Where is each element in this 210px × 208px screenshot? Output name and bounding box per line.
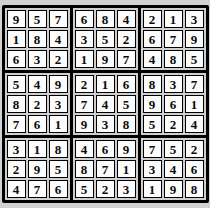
- sudoku-cell-r4c3: 9: [49, 75, 68, 93]
- sudoku-cell-r1c2: 5: [28, 10, 47, 28]
- sudoku-cell-r4c4: 2: [75, 75, 94, 93]
- sudoku-cell-r3c9: 5: [185, 50, 204, 68]
- sudoku-cell-r5c4: 7: [75, 95, 94, 113]
- sudoku-cell-r9c5: 2: [96, 180, 115, 198]
- sudoku-cell-r3c4: 1: [75, 50, 94, 68]
- sudoku-box-1-2: 684352197: [73, 8, 138, 70]
- sudoku-cell-r3c1: 6: [7, 50, 26, 68]
- sudoku-cell-r5c8: 6: [164, 95, 183, 113]
- sudoku-box-1-3: 213679485: [141, 8, 206, 70]
- sudoku-cell-r4c2: 4: [28, 75, 47, 93]
- sudoku-cell-r9c3: 6: [49, 180, 68, 198]
- sudoku-cell-r2c6: 2: [117, 30, 136, 48]
- sudoku-box-3-2: 469871523: [73, 138, 138, 200]
- sudoku-cell-r6c3: 1: [49, 115, 68, 133]
- sudoku-cell-r7c5: 6: [96, 140, 115, 158]
- sudoku-cell-r6c1: 7: [7, 115, 26, 133]
- sudoku-box-2-3: 837961524: [141, 73, 206, 135]
- sudoku-cell-r3c2: 3: [28, 50, 47, 68]
- sudoku-cell-r9c9: 8: [185, 180, 204, 198]
- sudoku-cell-r6c9: 4: [185, 115, 204, 133]
- sudoku-cell-r7c4: 4: [75, 140, 94, 158]
- sudoku-box-2-2: 216745938: [73, 73, 138, 135]
- sudoku-cell-r6c7: 5: [143, 115, 162, 133]
- sudoku-cell-r7c9: 2: [185, 140, 204, 158]
- sudoku-cell-r5c9: 1: [185, 95, 204, 113]
- sudoku-cell-r2c5: 5: [96, 30, 115, 48]
- sudoku-cell-r6c6: 8: [117, 115, 136, 133]
- sudoku-cell-r2c9: 9: [185, 30, 204, 48]
- sudoku-cell-r4c7: 8: [143, 75, 162, 93]
- sudoku-cell-r5c7: 9: [143, 95, 162, 113]
- sudoku-cell-r8c8: 4: [164, 160, 183, 178]
- sudoku-cell-r8c4: 8: [75, 160, 94, 178]
- sudoku-cell-r1c7: 2: [143, 10, 162, 28]
- sudoku-cell-r6c4: 9: [75, 115, 94, 133]
- sudoku-cell-r7c3: 8: [49, 140, 68, 158]
- sudoku-cell-r7c6: 9: [117, 140, 136, 158]
- sudoku-cell-r1c3: 7: [49, 10, 68, 28]
- sudoku-cell-r4c5: 1: [96, 75, 115, 93]
- sudoku-cell-r9c8: 9: [164, 180, 183, 198]
- sudoku-cell-r3c5: 9: [96, 50, 115, 68]
- sudoku-cell-r3c6: 7: [117, 50, 136, 68]
- sudoku-cell-r9c6: 3: [117, 180, 136, 198]
- sudoku-cell-r1c5: 8: [96, 10, 115, 28]
- sudoku-cell-r1c9: 3: [185, 10, 204, 28]
- sudoku-cell-r2c8: 7: [164, 30, 183, 48]
- sudoku-cell-r5c3: 3: [49, 95, 68, 113]
- sudoku-cell-r6c2: 6: [28, 115, 47, 133]
- sudoku-cell-r5c5: 4: [96, 95, 115, 113]
- sudoku-cell-r9c1: 4: [7, 180, 26, 198]
- sudoku-cell-r3c3: 2: [49, 50, 68, 68]
- sudoku-cell-r3c8: 8: [164, 50, 183, 68]
- sudoku-cell-r2c7: 6: [143, 30, 162, 48]
- sudoku-cell-r7c2: 1: [28, 140, 47, 158]
- sudoku-box-2-1: 549823761: [5, 73, 70, 135]
- sudoku-cell-r1c4: 6: [75, 10, 94, 28]
- sudoku-cell-r2c1: 1: [7, 30, 26, 48]
- sudoku-cell-r1c1: 9: [7, 10, 26, 28]
- sudoku-cell-r2c4: 3: [75, 30, 94, 48]
- sudoku-cell-r4c6: 6: [117, 75, 136, 93]
- sudoku-box-1-1: 957184632: [5, 8, 70, 70]
- sudoku-cell-r8c6: 1: [117, 160, 136, 178]
- sudoku-cell-r5c2: 2: [28, 95, 47, 113]
- sudoku-cell-r7c1: 3: [7, 140, 26, 158]
- sudoku-cell-r5c1: 8: [7, 95, 26, 113]
- sudoku-cell-r3c7: 4: [143, 50, 162, 68]
- sudoku-cell-r9c4: 5: [75, 180, 94, 198]
- sudoku-cell-r7c7: 7: [143, 140, 162, 158]
- sudoku-cell-r1c6: 4: [117, 10, 136, 28]
- sudoku-cell-r6c5: 3: [96, 115, 115, 133]
- sudoku-cell-r4c9: 7: [185, 75, 204, 93]
- sudoku-cell-r4c1: 5: [7, 75, 26, 93]
- sudoku-cell-r8c1: 2: [7, 160, 26, 178]
- sudoku-cell-r9c7: 1: [143, 180, 162, 198]
- sudoku-cell-r2c2: 8: [28, 30, 47, 48]
- sudoku-cell-r9c2: 7: [28, 180, 47, 198]
- sudoku-cell-r6c8: 2: [164, 115, 183, 133]
- sudoku-cell-r5c6: 5: [117, 95, 136, 113]
- sudoku-cell-r1c8: 1: [164, 10, 183, 28]
- sudoku-cell-r8c7: 3: [143, 160, 162, 178]
- sudoku-cell-r8c5: 7: [96, 160, 115, 178]
- sudoku-box-3-1: 318295476: [5, 138, 70, 200]
- sudoku-box-3-3: 752346198: [141, 138, 206, 200]
- sudoku-cell-r8c9: 6: [185, 160, 204, 178]
- sudoku-cell-r4c8: 3: [164, 75, 183, 93]
- sudoku-cell-r8c3: 5: [49, 160, 68, 178]
- sudoku-cell-r7c8: 5: [164, 140, 183, 158]
- sudoku-board: 9571846326843521972136794855498237612167…: [2, 5, 209, 203]
- sudoku-cell-r8c2: 9: [28, 160, 47, 178]
- sudoku-cell-r2c3: 4: [49, 30, 68, 48]
